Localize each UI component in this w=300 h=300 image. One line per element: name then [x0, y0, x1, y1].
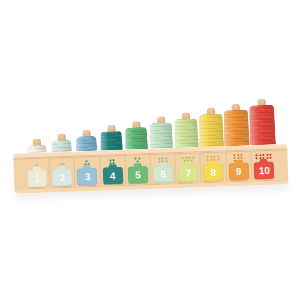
dot-icon	[113, 159, 115, 161]
slot-6: 6	[150, 154, 176, 184]
tile-number: 3	[85, 172, 91, 182]
rings-6	[149, 122, 173, 149]
dot-row	[234, 156, 243, 158]
dot-icon	[241, 153, 243, 155]
number-tile-5[interactable]: 5	[128, 166, 149, 184]
slot-5: 5	[125, 155, 151, 185]
number-tile-8[interactable]: 8	[203, 163, 224, 181]
ring-stack-1[interactable]	[26, 138, 46, 153]
number-tile-1[interactable]: 1	[27, 170, 48, 188]
slot-7: 7	[176, 153, 202, 183]
tile-number: 1	[34, 173, 40, 183]
ring-stack-9[interactable]	[223, 103, 250, 146]
ring-stack-10[interactable]	[248, 99, 276, 146]
dot-icon	[36, 163, 38, 165]
ring-stack-8[interactable]	[198, 107, 224, 147]
rings-5	[125, 127, 149, 150]
dot-icon	[259, 154, 261, 156]
tile-number: 2	[59, 172, 65, 182]
dot-icon	[109, 159, 111, 161]
dot-icon	[217, 159, 219, 161]
rings-8	[198, 113, 224, 147]
number-tile-3[interactable]: 3	[77, 168, 98, 186]
tile-number: 8	[211, 167, 217, 177]
rings-7	[174, 118, 199, 148]
rings-10	[248, 105, 276, 146]
dot-icon	[217, 156, 219, 158]
dot-icon	[237, 156, 239, 158]
number-tile-7[interactable]: 7	[178, 164, 199, 182]
dot-icon	[86, 160, 88, 162]
dot-icon	[158, 158, 160, 160]
dot-icon	[256, 157, 258, 159]
dot-icon	[270, 154, 272, 156]
dot-icon	[207, 156, 209, 158]
dot-row	[136, 160, 138, 162]
dot-icon	[214, 156, 216, 158]
dot-icon	[263, 154, 265, 156]
tile-number: 6	[160, 169, 166, 179]
dot-row	[59, 162, 65, 164]
dot-icon	[162, 158, 164, 160]
slot-3: 3	[75, 157, 101, 187]
ring-stack-4[interactable]	[100, 125, 123, 151]
dot-icon	[136, 160, 138, 162]
tile-number: 5	[135, 170, 141, 180]
dot-icon	[210, 156, 212, 158]
dot-row	[36, 163, 38, 165]
slot-8: 8	[201, 152, 227, 182]
slot-4: 4	[100, 156, 126, 186]
stacks-row	[12, 96, 288, 154]
dot-icon	[241, 156, 243, 158]
dot-row	[109, 159, 115, 161]
dot-icon	[237, 153, 239, 155]
dot-icon	[135, 157, 137, 159]
dot-icon	[256, 154, 258, 156]
number-tile-9[interactable]: 9	[228, 163, 249, 181]
number-tile-6[interactable]: 6	[153, 165, 174, 183]
ring-stack-7[interactable]	[173, 112, 198, 148]
dot-row	[158, 157, 167, 159]
slot-1: 1	[24, 159, 50, 189]
tile-number: 10	[259, 165, 270, 175]
dot-icon	[63, 162, 65, 164]
dot-icon	[266, 154, 268, 156]
dot-icon	[234, 157, 236, 159]
dot-icon	[165, 157, 167, 159]
counting-board: 12345678910	[12, 96, 289, 194]
tile-number: 9	[236, 166, 242, 176]
number-tile-4[interactable]: 4	[102, 167, 123, 185]
number-tile-2[interactable]: 2	[52, 169, 73, 187]
product-photo-counting-board: 12345678910	[0, 0, 300, 300]
ring-stack-6[interactable]	[149, 116, 174, 149]
dot-icon	[234, 154, 236, 156]
ring-stack-5[interactable]	[124, 121, 148, 150]
dot-icon	[185, 157, 187, 159]
number-tile-10[interactable]: 10	[254, 162, 275, 180]
dot-icon	[188, 157, 190, 159]
dot-row	[234, 153, 243, 155]
dot-icon	[59, 163, 61, 165]
dot-icon	[138, 157, 140, 159]
slot-2: 2	[50, 158, 76, 188]
dot-icon	[270, 157, 272, 159]
ring-stack-3[interactable]	[75, 129, 97, 151]
dot-icon	[192, 156, 194, 158]
tile-number: 7	[185, 168, 191, 178]
ring-stack-2[interactable]	[51, 134, 72, 153]
slot-10: 10	[251, 151, 277, 181]
rings-4	[100, 131, 123, 151]
rings-3	[75, 135, 97, 151]
rings-1	[26, 144, 46, 153]
rings-2	[51, 140, 72, 153]
rings-9	[223, 109, 250, 146]
dot-row	[86, 160, 88, 162]
slot-9: 9	[226, 151, 252, 181]
dot-icon	[181, 157, 183, 159]
dot-row	[135, 157, 141, 159]
tile-number: 4	[110, 171, 116, 181]
